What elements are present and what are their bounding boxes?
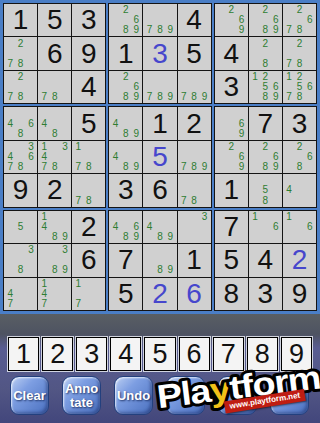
given-digit: 4 (223, 40, 239, 68)
pencil-mark-slot-3 (60, 279, 70, 289)
pencil-mark-slot-2 (155, 5, 165, 15)
pencil-mark-slot-1: 1 (73, 142, 83, 152)
pencil-marks: 4 (283, 174, 316, 206)
given-digit: 7 (118, 246, 134, 274)
cell-r1c2[interactable]: 5 (38, 4, 71, 36)
pencil-mark-slot-7 (5, 265, 15, 275)
pencil-marks: 178 (72, 141, 105, 173)
pencil-mark-slot-1 (216, 5, 226, 15)
box-8: 468948937891526 (108, 210, 211, 311)
pencil-marks: 268 (283, 141, 316, 173)
cell-r8c7[interactable]: 5 (215, 244, 248, 276)
pencil-mark-slot-5 (260, 222, 270, 232)
pencil-mark-slot-6 (60, 82, 70, 92)
pencil-mark-slot-9 (60, 162, 70, 172)
pencil-mark-slot-2: 2 (294, 142, 304, 152)
cell-r2c7[interactable]: 4 (215, 37, 248, 69)
pencil-mark-slot-7 (110, 232, 120, 242)
pencil-mark-slot-4: 4 (110, 118, 120, 128)
pencil-marks: 789 (178, 141, 211, 173)
pencil-mark-slot-4 (216, 15, 226, 25)
cell-r5c5[interactable]: 5 (143, 141, 176, 173)
numpad-3[interactable]: 3 (76, 337, 107, 371)
clear-button[interactable]: Clear (10, 376, 49, 415)
pencil-mark-slot-3: 3 (26, 245, 36, 255)
pencil-mark-slot-1: 1 (284, 212, 294, 222)
pencil-mark-slot-7 (250, 195, 260, 205)
pencil-mark-slot-8 (294, 232, 304, 242)
cell-r3c2[interactable]: 78 (38, 71, 71, 103)
given-digit: 4 (186, 6, 202, 34)
cell-r1c1[interactable]: 1 (4, 4, 37, 36)
pencil-mark-slot-9: 9 (199, 162, 209, 172)
cell-r3c8[interactable]: 125689 (249, 71, 282, 103)
pencil-marks: 78 (38, 71, 71, 103)
pencil-mark-slot-8: 8 (15, 162, 25, 172)
numpad-1[interactable]: 1 (8, 337, 39, 371)
cell-r4c8[interactable]: 7 (249, 107, 282, 139)
cell-r5c2[interactable]: 13478 (38, 141, 71, 173)
pencil-marks: 389 (38, 244, 71, 276)
cell-r3c9[interactable]: 125678 (283, 71, 316, 103)
user-digit: 5 (152, 143, 168, 171)
pencil-mark-slot-1 (284, 38, 294, 48)
given-digit: 5 (186, 40, 202, 68)
pencil-mark-slot-1 (110, 72, 120, 82)
pencil-mark-slot-9 (60, 92, 70, 102)
pencil-mark-slot-2: 2 (15, 38, 25, 48)
pencil-mark-slot-3 (305, 38, 315, 48)
cell-r8c2[interactable]: 389 (38, 244, 71, 276)
cell-r4c1[interactable]: 468 (4, 107, 37, 139)
pencil-mark-slot-7 (110, 162, 120, 172)
cell-r8c6[interactable]: 1 (178, 244, 211, 276)
pencil-mark-slot-9 (26, 92, 36, 102)
cell-r9c4[interactable]: 5 (109, 278, 142, 310)
given-digit: 9 (81, 40, 97, 68)
annotate-button[interactable]: Anno tate (62, 376, 101, 415)
pencil-mark-slot-9 (305, 232, 315, 242)
cell-r7c9[interactable]: 16 (283, 211, 316, 243)
pencil-mark-slot-6 (305, 49, 315, 59)
cell-r8c3[interactable]: 6 (72, 244, 105, 276)
pencil-mark-slot-4 (39, 255, 49, 265)
pencil-mark-slot-4 (144, 255, 154, 265)
pencil-mark-slot-7 (284, 162, 294, 172)
pencil-mark-slot-2: 2 (226, 5, 236, 15)
pencil-mark-slot-9: 9 (236, 162, 246, 172)
pencil-mark-slot-1 (179, 175, 189, 185)
pencil-mark-slot-8: 8 (260, 92, 270, 102)
pencil-mark-slot-1 (39, 108, 49, 118)
pencil-mark-slot-8: 8 (15, 59, 25, 69)
pencil-mark-slot-3 (199, 175, 209, 185)
pencil-mark-slot-9 (94, 195, 104, 205)
pencil-mark-slot-4 (216, 118, 226, 128)
pencil-mark-slot-6: 6 (26, 152, 36, 162)
pencil-mark-slot-7 (110, 129, 120, 139)
cell-r3c5[interactable]: 789 (143, 71, 176, 103)
pencil-mark-slot-7 (250, 162, 260, 172)
pencil-mark-slot-6 (94, 185, 104, 195)
pencil-marks: 78 (178, 174, 211, 206)
user-digit: 3 (152, 40, 168, 68)
pencil-mark-slot-6 (26, 82, 36, 92)
cell-r3c4[interactable]: 2689 (109, 71, 142, 103)
numpad-2[interactable]: 2 (42, 337, 73, 371)
pencil-mark-slot-9 (26, 129, 36, 139)
pencil-mark-slot-6 (305, 185, 315, 195)
pencil-mark-slot-3 (165, 245, 175, 255)
given-digit: 5 (118, 280, 134, 308)
cell-r1c7[interactable]: 269 (215, 4, 248, 36)
pencil-mark-slot-2: 2 (226, 142, 236, 152)
pencil-mark-slot-2 (189, 175, 199, 185)
pencil-mark-slot-2 (49, 245, 59, 255)
cell-r4c3[interactable]: 5 (72, 107, 105, 139)
pencil-marks: 38 (4, 244, 37, 276)
pencil-mark-slot-1: 1 (73, 279, 83, 289)
pencil-mark-slot-8: 8 (49, 265, 59, 275)
pencil-mark-slot-2 (49, 279, 59, 289)
pencil-mark-slot-4 (179, 185, 189, 195)
cell-r2c2[interactable]: 6 (38, 37, 71, 69)
cell-r1c8[interactable]: 2689 (249, 4, 282, 36)
cell-r7c7[interactable]: 7 (215, 211, 248, 243)
pencil-marks: 58 (249, 174, 282, 206)
cell-r5c8[interactable]: 2689 (249, 141, 282, 173)
pencil-mark-slot-6 (199, 185, 209, 195)
cell-r1c6[interactable]: 4 (178, 4, 211, 36)
pencil-mark-slot-3 (199, 142, 209, 152)
pencil-mark-slot-9 (26, 265, 36, 275)
pencil-mark-slot-9 (271, 232, 281, 242)
pencil-marks: 278 (4, 71, 37, 103)
pencil-mark-slot-5 (226, 118, 236, 128)
pencil-mark-slot-1 (284, 5, 294, 15)
pencil-mark-slot-7: 7 (5, 92, 15, 102)
cell-r6c2[interactable]: 2 (38, 174, 71, 206)
cell-r6c5[interactable]: 6 (143, 174, 176, 206)
pencil-mark-slot-9: 9 (165, 92, 175, 102)
given-digit: 3 (118, 176, 134, 204)
pencil-marks: 5 (4, 211, 37, 243)
pencil-mark-slot-8: 8 (49, 129, 59, 139)
pencil-mark-slot-2: 2 (260, 142, 270, 152)
given-digit: 5 (223, 246, 239, 274)
pencil-mark-slot-3 (60, 72, 70, 82)
pencil-mark-slot-8 (15, 299, 25, 309)
pencil-mark-slot-9: 9 (131, 92, 141, 102)
given-digit: 5 (81, 110, 97, 138)
cell-r2c1[interactable]: 278 (4, 37, 37, 69)
cell-r1c9[interactable]: 2678 (283, 4, 316, 36)
pencil-marks: 789 (143, 71, 176, 103)
cell-r7c1[interactable]: 5 (4, 211, 37, 243)
pencil-mark-slot-5 (84, 185, 94, 195)
pencil-mark-slot-8 (84, 299, 94, 309)
pencil-mark-slot-7: 7 (144, 92, 154, 102)
pencil-mark-slot-9: 9 (165, 232, 175, 242)
pencil-mark-slot-4: 4 (39, 118, 49, 128)
cell-r7c4[interactable]: 4689 (109, 211, 142, 243)
pencil-mark-slot-1 (5, 72, 15, 82)
pencil-mark-slot-1 (110, 5, 120, 15)
pencil-mark-slot-3 (26, 279, 36, 289)
pencil-marks: 2689 (109, 4, 142, 36)
pencil-mark-slot-4: 4 (5, 118, 15, 128)
cell-r6c7[interactable]: 1 (215, 174, 248, 206)
pencil-mark-slot-8: 8 (15, 129, 25, 139)
cell-r8c1[interactable]: 38 (4, 244, 37, 276)
pencil-marks: 16 (283, 211, 316, 243)
pencil-mark-slot-4 (250, 185, 260, 195)
pencil-mark-slot-7 (250, 25, 260, 35)
pencil-mark-slot-9 (199, 195, 209, 205)
pencil-mark-slot-3 (94, 142, 104, 152)
cell-r7c5[interactable]: 489 (143, 211, 176, 243)
cell-r2c8[interactable]: 28 (249, 37, 282, 69)
pencil-mark-slot-8: 8 (155, 232, 165, 242)
cell-r7c8[interactable]: 16 (249, 211, 282, 243)
cell-r1c3[interactable]: 3 (72, 4, 105, 36)
pencil-mark-slot-8: 8 (49, 232, 59, 242)
pencil-mark-slot-9 (60, 299, 70, 309)
pencil-mark-slot-7 (216, 162, 226, 172)
pencil-mark-slot-1 (284, 142, 294, 152)
pencil-mark-slot-1 (179, 212, 189, 222)
pencil-marks: 278 (283, 37, 316, 69)
cell-r4c9[interactable]: 3 (283, 107, 316, 139)
pencil-mark-slot-3 (94, 279, 104, 289)
cell-r5c6[interactable]: 789 (178, 141, 211, 173)
pencil-mark-slot-5 (226, 152, 236, 162)
cell-r4c7[interactable]: 69 (215, 107, 248, 139)
cell-r6c6[interactable]: 78 (178, 174, 211, 206)
pencil-marks: 125689 (249, 71, 282, 103)
cell-r5c1[interactable]: 34678 (4, 141, 37, 173)
cell-r4c6[interactable]: 2 (178, 107, 211, 139)
pencil-mark-slot-5: 5 (260, 185, 270, 195)
pencil-mark-slot-3 (271, 38, 281, 48)
pencil-mark-slot-7: 7 (179, 195, 189, 205)
cell-r9c8[interactable]: 3 (249, 278, 282, 310)
pencil-mark-slot-3 (236, 108, 246, 118)
given-digit: 7 (223, 213, 239, 241)
pencil-mark-slot-7 (110, 25, 120, 35)
pencil-mark-slot-1 (5, 38, 15, 48)
given-digit: 1 (118, 40, 134, 68)
box-9: 71616542839 (214, 210, 317, 311)
cell-r6c9[interactable]: 4 (283, 174, 316, 206)
pencil-mark-slot-2 (155, 212, 165, 222)
pencil-mark-slot-7 (250, 59, 260, 69)
pencil-mark-slot-7 (284, 232, 294, 242)
pencil-mark-slot-8: 8 (189, 195, 199, 205)
pencil-mark-slot-2 (155, 72, 165, 82)
pencil-mark-slot-2 (49, 142, 59, 152)
pencil-mark-slot-8: 8 (294, 25, 304, 35)
pencil-mark-slot-1 (39, 245, 49, 255)
pencil-mark-slot-7 (250, 92, 260, 102)
pencil-mark-slot-4 (5, 255, 15, 265)
pencil-marks: 789 (143, 4, 176, 36)
cell-r3c3[interactable]: 4 (72, 71, 105, 103)
pencil-mark-slot-7 (250, 232, 260, 242)
pencil-mark-slot-1 (179, 72, 189, 82)
cell-r9c5[interactable]: 2 (143, 278, 176, 310)
numpad-4[interactable]: 4 (110, 337, 141, 371)
cell-r2c6[interactable]: 5 (178, 37, 211, 69)
pencil-mark-slot-5 (294, 185, 304, 195)
cell-r4c4[interactable]: 489 (109, 107, 142, 139)
pencil-mark-slot-9 (94, 162, 104, 172)
box-7: 5148923838964714717 (3, 210, 106, 311)
pencil-mark-slot-5 (294, 222, 304, 232)
pencil-mark-slot-2 (49, 108, 59, 118)
pencil-mark-slot-3 (94, 175, 104, 185)
pencil-mark-slot-3 (26, 38, 36, 48)
cell-r9c2[interactable]: 147 (38, 278, 71, 310)
pencil-marks: 269 (215, 141, 248, 173)
pencil-mark-slot-2 (121, 212, 131, 222)
pencil-mark-slot-4 (250, 82, 260, 92)
cell-r4c2[interactable]: 48 (38, 107, 71, 139)
cell-r1c4[interactable]: 2689 (109, 4, 142, 36)
pencil-marks: 13478 (38, 141, 71, 173)
cell-r5c3[interactable]: 178 (72, 141, 105, 173)
cell-r2c5[interactable]: 3 (143, 37, 176, 69)
pencil-mark-slot-8: 8 (155, 265, 165, 275)
given-digit: 9 (292, 280, 308, 308)
pencil-mark-slot-6 (60, 118, 70, 128)
pencil-mark-slot-8 (189, 232, 199, 242)
pencil-mark-slot-9: 9 (271, 25, 281, 35)
cell-r3c1[interactable]: 278 (4, 71, 37, 103)
given-digit: 2 (186, 110, 202, 138)
undo-button[interactable]: Undo (114, 376, 153, 415)
pencil-mark-slot-8: 8 (155, 92, 165, 102)
pencil-mark-slot-1 (110, 108, 120, 118)
pencil-mark-slot-8: 8 (84, 195, 94, 205)
pencil-mark-slot-2 (121, 142, 131, 152)
pencil-mark-slot-7 (216, 129, 226, 139)
pencil-mark-slot-1: 1 (284, 72, 294, 82)
cell-r3c7[interactable]: 3 (215, 71, 248, 103)
pencil-mark-slot-7 (39, 232, 49, 242)
pencil-mark-slot-3: 3 (60, 245, 70, 255)
pencil-mark-slot-7 (216, 25, 226, 35)
cell-r4c5[interactable]: 1 (143, 107, 176, 139)
pencil-mark-slot-1 (250, 142, 260, 152)
pencil-mark-slot-4 (284, 152, 294, 162)
pencil-mark-slot-7: 7 (284, 59, 294, 69)
cell-r8c5[interactable]: 89 (143, 244, 176, 276)
pencil-mark-slot-3: 3 (199, 212, 209, 222)
pencil-mark-slot-3 (60, 212, 70, 222)
cell-r9c1[interactable]: 47 (4, 278, 37, 310)
given-digit: 9 (13, 176, 29, 204)
cell-r8c4[interactable]: 7 (109, 244, 142, 276)
cell-r7c2[interactable]: 1489 (38, 211, 71, 243)
pencil-mark-slot-3 (60, 108, 70, 118)
cell-r5c7[interactable]: 269 (215, 141, 248, 173)
given-digit: 5 (47, 6, 63, 34)
cell-r2c9[interactable]: 278 (283, 37, 316, 69)
pencil-mark-slot-7 (284, 195, 294, 205)
pencil-mark-slot-8: 8 (294, 59, 304, 69)
cell-r6c4[interactable]: 3 (109, 174, 142, 206)
cell-r6c1[interactable]: 9 (4, 174, 37, 206)
pencil-mark-slot-9: 9 (199, 92, 209, 102)
cell-r9c3[interactable]: 17 (72, 278, 105, 310)
cell-r6c8[interactable]: 58 (249, 174, 282, 206)
pencil-mark-slot-1 (144, 245, 154, 255)
cell-r1c5[interactable]: 789 (143, 4, 176, 36)
given-digit: 2 (81, 213, 97, 241)
pencil-mark-slot-8 (49, 299, 59, 309)
pencil-mark-slot-1 (5, 212, 15, 222)
user-digit: 2 (152, 280, 168, 308)
cell-r8c9[interactable]: 2 (283, 244, 316, 276)
pencil-mark-slot-9 (305, 162, 315, 172)
given-digit: 6 (81, 246, 97, 274)
given-digit: 7 (258, 110, 274, 138)
cell-r7c3[interactable]: 2 (72, 211, 105, 243)
pencil-mark-slot-9: 9 (60, 232, 70, 242)
cell-r2c3[interactable]: 9 (72, 37, 105, 69)
pencil-mark-slot-2: 2 (260, 5, 270, 15)
pencil-mark-slot-8: 8 (84, 162, 94, 172)
box-4: 46848534678134781789278 (3, 106, 106, 207)
pencil-mark-slot-6 (94, 289, 104, 299)
cell-r6c3[interactable]: 78 (72, 174, 105, 206)
pencil-mark-slot-8: 8 (260, 25, 270, 35)
cell-r7c6[interactable]: 3 (178, 211, 211, 243)
cell-r9c6[interactable]: 6 (178, 278, 211, 310)
cell-r9c7[interactable]: 8 (215, 278, 248, 310)
pencil-mark-slot-2 (155, 245, 165, 255)
pencil-mark-slot-7: 7 (73, 195, 83, 205)
pencil-mark-slot-5 (84, 289, 94, 299)
pencil-mark-slot-8: 8 (121, 162, 131, 172)
pencil-mark-slot-7 (5, 232, 15, 242)
given-digit: 2 (47, 176, 63, 204)
pencil-mark-slot-9 (305, 59, 315, 69)
cell-r5c9[interactable]: 268 (283, 141, 316, 173)
pencil-marks: 2689 (249, 141, 282, 173)
pencil-mark-slot-5 (189, 185, 199, 195)
pencil-mark-slot-9: 9 (165, 25, 175, 35)
pencil-mark-slot-8 (260, 232, 270, 242)
pencil-mark-slot-7: 7 (5, 162, 15, 172)
pencil-mark-slot-8: 8 (49, 92, 59, 102)
cell-r3c6[interactable]: 789 (178, 71, 211, 103)
pencil-mark-slot-2 (15, 108, 25, 118)
pencil-mark-slot-2 (226, 108, 236, 118)
cell-r8c8[interactable]: 4 (249, 244, 282, 276)
pencil-mark-slot-3 (26, 212, 36, 222)
cell-r2c4[interactable]: 1 (109, 37, 142, 69)
pencil-mark-slot-4 (110, 82, 120, 92)
cell-r5c4[interactable]: 489 (109, 141, 142, 173)
given-digit: 3 (258, 280, 274, 308)
pencil-mark-slot-2 (189, 72, 199, 82)
pencil-mark-slot-7: 7 (284, 92, 294, 102)
pencil-mark-slot-7 (5, 129, 15, 139)
cell-r9c9[interactable]: 9 (283, 278, 316, 310)
given-digit: 4 (81, 73, 97, 101)
